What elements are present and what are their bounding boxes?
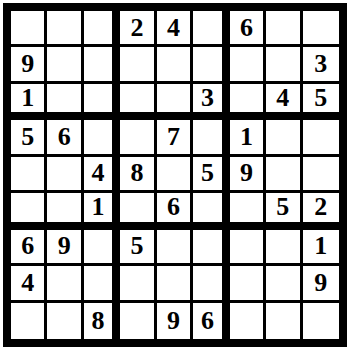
sudoku-cell-r1c1[interactable] — [11, 11, 47, 47]
sudoku-cell-r7c3[interactable] — [84, 230, 120, 266]
sudoku-cell-r3c7[interactable] — [230, 84, 266, 120]
sudoku-cell-r6c4[interactable] — [120, 193, 156, 229]
sudoku-cell-r2c8[interactable] — [266, 47, 302, 83]
sudoku-cell-r7c4[interactable]: 5 — [120, 230, 156, 266]
sudoku-cell-r6c3[interactable]: 1 — [84, 193, 120, 229]
sudoku-cell-r5c7[interactable]: 9 — [230, 157, 266, 193]
sudoku-cell-r5c6[interactable]: 5 — [193, 157, 229, 193]
sudoku-cell-r5c8[interactable] — [266, 157, 302, 193]
sudoku-cell-r1c8[interactable] — [266, 11, 302, 47]
sudoku-cell-r3c3[interactable] — [84, 84, 120, 120]
sudoku-cell-r7c9[interactable]: 1 — [303, 230, 339, 266]
sudoku-cell-r6c9[interactable]: 2 — [303, 193, 339, 229]
sudoku-cell-r7c8[interactable] — [266, 230, 302, 266]
sudoku-cell-r9c8[interactable] — [266, 303, 302, 339]
sudoku-cell-r9c9[interactable] — [303, 303, 339, 339]
sudoku-cell-r8c6[interactable] — [193, 266, 229, 302]
sudoku-cell-r5c5[interactable] — [157, 157, 193, 193]
sudoku-cell-r7c5[interactable] — [157, 230, 193, 266]
sudoku-cell-r6c8[interactable]: 5 — [266, 193, 302, 229]
sudoku-cell-r1c6[interactable] — [193, 11, 229, 47]
sudoku-cell-r4c1[interactable]: 5 — [11, 120, 47, 156]
sudoku-cell-r5c3[interactable]: 4 — [84, 157, 120, 193]
sudoku-cell-r8c4[interactable] — [120, 266, 156, 302]
sudoku-cell-r9c3[interactable]: 8 — [84, 303, 120, 339]
sudoku-cell-r6c5[interactable]: 6 — [157, 193, 193, 229]
sudoku-cell-r5c9[interactable] — [303, 157, 339, 193]
sudoku-cell-r8c5[interactable] — [157, 266, 193, 302]
sudoku-cell-r9c5[interactable]: 9 — [157, 303, 193, 339]
sudoku-cell-r2c3[interactable] — [84, 47, 120, 83]
sudoku-cell-r5c4[interactable]: 8 — [120, 157, 156, 193]
sudoku-page: 246931345567148591652695149896 — [0, 0, 350, 350]
sudoku-cell-r9c4[interactable] — [120, 303, 156, 339]
sudoku-cell-r1c7[interactable]: 6 — [230, 11, 266, 47]
sudoku-cell-r9c1[interactable] — [11, 303, 47, 339]
sudoku-cell-r3c6[interactable]: 3 — [193, 84, 229, 120]
sudoku-cell-r6c1[interactable] — [11, 193, 47, 229]
sudoku-cell-r1c5[interactable]: 4 — [157, 11, 193, 47]
sudoku-cell-r2c4[interactable] — [120, 47, 156, 83]
sudoku-cell-r2c2[interactable] — [47, 47, 83, 83]
sudoku-cell-r6c6[interactable] — [193, 193, 229, 229]
sudoku-cell-r9c6[interactable]: 6 — [193, 303, 229, 339]
sudoku-cell-r2c9[interactable]: 3 — [303, 47, 339, 83]
sudoku-cell-r4c3[interactable] — [84, 120, 120, 156]
sudoku-cell-r2c7[interactable] — [230, 47, 266, 83]
sudoku-cell-r2c1[interactable]: 9 — [11, 47, 47, 83]
sudoku-cell-r4c2[interactable]: 6 — [47, 120, 83, 156]
sudoku-cell-r9c7[interactable] — [230, 303, 266, 339]
sudoku-cell-r6c2[interactable] — [47, 193, 83, 229]
sudoku-cell-r4c7[interactable]: 1 — [230, 120, 266, 156]
sudoku-cell-r7c6[interactable] — [193, 230, 229, 266]
sudoku-cell-r5c2[interactable] — [47, 157, 83, 193]
sudoku-cell-r1c3[interactable] — [84, 11, 120, 47]
sudoku-cell-r1c9[interactable] — [303, 11, 339, 47]
sudoku-cell-r6c7[interactable] — [230, 193, 266, 229]
sudoku-cell-r7c7[interactable] — [230, 230, 266, 266]
sudoku-cell-r2c5[interactable] — [157, 47, 193, 83]
sudoku-cell-r7c2[interactable]: 9 — [47, 230, 83, 266]
sudoku-cell-r7c1[interactable]: 6 — [11, 230, 47, 266]
sudoku-cell-r4c4[interactable] — [120, 120, 156, 156]
sudoku-cell-r3c2[interactable] — [47, 84, 83, 120]
sudoku-cell-r2c6[interactable] — [193, 47, 229, 83]
sudoku-cell-r1c2[interactable] — [47, 11, 83, 47]
sudoku-cell-r9c2[interactable] — [47, 303, 83, 339]
sudoku-cell-r3c4[interactable] — [120, 84, 156, 120]
sudoku-cell-r3c9[interactable]: 5 — [303, 84, 339, 120]
sudoku-cell-r3c5[interactable] — [157, 84, 193, 120]
sudoku-cell-r4c9[interactable] — [303, 120, 339, 156]
sudoku-cell-r8c7[interactable] — [230, 266, 266, 302]
sudoku-cell-r8c8[interactable] — [266, 266, 302, 302]
sudoku-cell-r8c3[interactable] — [84, 266, 120, 302]
sudoku-cell-r1c4[interactable]: 2 — [120, 11, 156, 47]
sudoku-cell-r8c2[interactable] — [47, 266, 83, 302]
sudoku-cell-r4c6[interactable] — [193, 120, 229, 156]
sudoku-cell-r4c8[interactable] — [266, 120, 302, 156]
sudoku-cell-r4c5[interactable]: 7 — [157, 120, 193, 156]
sudoku-cell-r8c1[interactable]: 4 — [11, 266, 47, 302]
sudoku-cell-r8c9[interactable]: 9 — [303, 266, 339, 302]
sudoku-cell-r3c8[interactable]: 4 — [266, 84, 302, 120]
sudoku-cell-r3c1[interactable]: 1 — [11, 84, 47, 120]
sudoku-board: 246931345567148591652695149896 — [3, 3, 347, 347]
sudoku-cell-r5c1[interactable] — [11, 157, 47, 193]
